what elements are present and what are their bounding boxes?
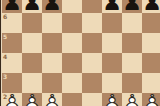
black-pawn-icon[interactable]: ♟ [42,0,62,13]
square-e7[interactable] [82,0,102,13]
square-c2[interactable]: ♟♙ [42,93,62,106]
rank-label-3: 3 [3,73,7,80]
square-c6[interactable] [42,13,62,33]
square-e2[interactable] [82,93,102,106]
square-a6[interactable]: 6 [2,13,22,33]
square-c4[interactable] [42,53,62,73]
white-pawn-outline: ♙ [142,93,160,106]
white-pawn-outline: ♙ [22,93,42,106]
square-d5[interactable] [62,33,82,53]
square-h6[interactable] [142,13,160,33]
square-d4[interactable] [62,53,82,73]
square-b7[interactable]: ♟ [22,0,42,13]
square-a5[interactable]: 5 [2,33,22,53]
square-g5[interactable] [122,33,142,53]
board-left-edge [0,0,2,106]
white-pawn-outline: ♙ [122,93,142,106]
square-d6[interactable] [62,13,82,33]
square-e6[interactable] [82,13,102,33]
white-pawn-icon[interactable]: ♟♙ [142,93,160,106]
square-b4[interactable] [22,53,42,73]
square-h4[interactable] [142,53,160,73]
square-f7[interactable]: ♟ [102,0,122,13]
square-d2[interactable] [62,93,82,106]
rank-label-2: 2 [3,93,7,100]
black-pawn-glyph: ♟ [2,0,22,13]
black-pawn-glyph: ♟ [42,0,62,13]
square-b5[interactable] [22,33,42,53]
square-f4[interactable] [102,53,122,73]
square-f2[interactable]: ♟♙ [102,93,122,106]
square-g7[interactable]: ♟ [122,0,142,13]
square-e5[interactable] [82,33,102,53]
square-f5[interactable] [102,33,122,53]
square-a4[interactable]: 4 [2,53,22,73]
white-pawn-icon[interactable]: ♟♙ [22,93,42,106]
black-pawn-glyph: ♟ [22,0,42,13]
black-pawn-icon[interactable]: ♟ [142,0,160,13]
square-g2[interactable]: ♟♙ [122,93,142,106]
rank-label-4: 4 [3,53,7,60]
black-pawn-icon[interactable]: ♟ [2,0,22,13]
white-pawn-outline: ♙ [102,93,122,106]
white-pawn-icon[interactable]: ♟♙ [42,93,62,106]
square-c5[interactable] [42,33,62,53]
chess-board-screenshot: ♟♟♟♟♟♟65432♟♙♟♙♟♙♟♙♟♙♟♙ [0,0,160,106]
white-pawn-outline: ♙ [42,93,62,106]
square-f6[interactable] [102,13,122,33]
black-pawn-glyph: ♟ [142,0,160,13]
black-pawn-icon[interactable]: ♟ [102,0,122,13]
black-pawn-glyph: ♟ [122,0,142,13]
black-pawn-glyph: ♟ [102,0,122,13]
square-h7[interactable]: ♟ [142,0,160,13]
white-pawn-icon[interactable]: ♟♙ [102,93,122,106]
square-e3[interactable] [82,73,102,93]
square-e4[interactable] [82,53,102,73]
square-g4[interactable] [122,53,142,73]
square-b2[interactable]: ♟♙ [22,93,42,106]
board-grid: ♟♟♟♟♟♟65432♟♙♟♙♟♙♟♙♟♙♟♙ [2,0,160,106]
square-d7[interactable] [62,0,82,13]
square-h2[interactable]: ♟♙ [142,93,160,106]
square-b6[interactable] [22,13,42,33]
square-g6[interactable] [122,13,142,33]
black-pawn-icon[interactable]: ♟ [122,0,142,13]
square-h5[interactable] [142,33,160,53]
white-pawn-icon[interactable]: ♟♙ [122,93,142,106]
rank-label-6: 6 [3,13,7,20]
square-a2[interactable]: 2♟♙ [2,93,22,106]
rank-label-5: 5 [3,33,7,40]
square-d3[interactable] [62,73,82,93]
square-c7[interactable]: ♟ [42,0,62,13]
square-a7[interactable]: ♟ [2,0,22,13]
black-pawn-icon[interactable]: ♟ [22,0,42,13]
